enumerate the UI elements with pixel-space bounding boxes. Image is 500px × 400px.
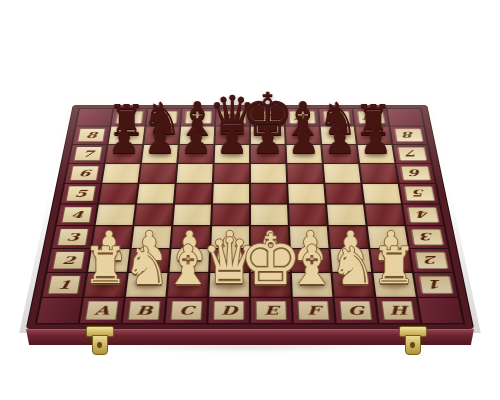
square-b2 xyxy=(129,249,169,272)
frame-cell: B xyxy=(123,298,166,323)
rank-label: 5 xyxy=(65,186,96,201)
square-d6 xyxy=(214,164,249,183)
frame-cell: 1 xyxy=(414,273,457,297)
file-label: E xyxy=(255,301,287,320)
square-f3 xyxy=(290,226,329,248)
frame-cell: A xyxy=(80,298,124,323)
rank-label: 8 xyxy=(394,129,423,142)
square-h2 xyxy=(370,249,411,272)
rank-label: 1 xyxy=(47,276,82,294)
square-c1 xyxy=(168,273,209,297)
square-f5 xyxy=(288,184,325,204)
frame-cell: B xyxy=(146,109,180,126)
frame-cell: E xyxy=(251,109,284,126)
rank-label: 7 xyxy=(397,147,427,161)
square-g5 xyxy=(325,184,363,204)
clasp-hole xyxy=(410,342,415,348)
file-label: C xyxy=(185,111,212,124)
square-c8 xyxy=(180,126,214,143)
square-g1 xyxy=(333,273,374,297)
file-label: D xyxy=(212,301,244,320)
frame-cell: 3 xyxy=(52,226,93,248)
frame-cell: F xyxy=(293,298,335,323)
square-g7 xyxy=(322,145,358,163)
square-h5 xyxy=(363,184,401,204)
square-d8 xyxy=(215,126,249,143)
file-label: D xyxy=(219,111,245,124)
clasp-icon-left xyxy=(86,326,112,358)
rank-label: 4 xyxy=(407,207,439,223)
frame-cell: 4 xyxy=(57,205,97,226)
frame-cell: D xyxy=(216,109,249,126)
square-g2 xyxy=(331,249,371,272)
square-e5 xyxy=(251,184,287,204)
frame-cell xyxy=(418,298,463,323)
frame-cell: 2 xyxy=(47,249,89,272)
square-g6 xyxy=(324,164,361,183)
square-b5 xyxy=(137,184,175,204)
square-d5 xyxy=(213,184,249,204)
square-e1 xyxy=(251,273,291,297)
frame-cell: 4 xyxy=(403,205,443,226)
rank-label: 2 xyxy=(52,252,86,269)
frame-cell: A xyxy=(112,109,147,126)
clasp-hole xyxy=(97,342,102,348)
frame-cell: 7 xyxy=(69,145,106,163)
frame-cell: 6 xyxy=(396,164,434,183)
rank-label: 8 xyxy=(77,129,106,142)
square-g8 xyxy=(321,126,356,143)
square-f7 xyxy=(287,145,322,163)
rank-label: 3 xyxy=(56,229,89,245)
square-a4 xyxy=(96,205,135,226)
file-label: H xyxy=(381,301,416,320)
square-h7 xyxy=(358,145,395,163)
frame-cell: 5 xyxy=(400,184,439,204)
frame-cell: F xyxy=(285,109,319,126)
frame-cell: D xyxy=(208,298,249,323)
file-label: B xyxy=(127,301,161,320)
file-label: G xyxy=(339,301,373,320)
square-a5 xyxy=(99,184,137,204)
file-label: A xyxy=(84,301,119,320)
frame-cell: C xyxy=(166,298,208,323)
file-label: G xyxy=(323,111,350,124)
square-a6 xyxy=(102,164,139,183)
square-b6 xyxy=(140,164,177,183)
square-f6 xyxy=(287,164,323,183)
clasp-icon-right xyxy=(399,326,425,358)
square-d3 xyxy=(211,226,249,248)
clasp-hasp xyxy=(92,335,108,355)
square-c4 xyxy=(173,205,211,226)
square-b1 xyxy=(126,273,167,297)
square-g4 xyxy=(327,205,365,226)
frame-cell: 8 xyxy=(73,126,110,143)
frame-cell: H xyxy=(376,298,420,323)
square-a3 xyxy=(92,226,132,248)
square-a8 xyxy=(109,126,145,143)
square-f2 xyxy=(291,249,331,272)
rank-label: 6 xyxy=(400,166,430,180)
file-label: A xyxy=(115,111,143,124)
file-label: H xyxy=(357,111,385,124)
square-c2 xyxy=(170,249,210,272)
file-label: F xyxy=(288,111,315,124)
frame-cell: 8 xyxy=(390,126,427,143)
square-h1 xyxy=(373,273,415,297)
square-e4 xyxy=(251,205,288,226)
file-label: E xyxy=(254,111,280,124)
rank-label: 4 xyxy=(61,207,93,223)
square-c7 xyxy=(178,145,213,163)
rank-label: 2 xyxy=(415,252,449,269)
square-h6 xyxy=(360,164,397,183)
frame-cell: 6 xyxy=(65,164,103,183)
square-c3 xyxy=(172,226,211,248)
frame-cell: G xyxy=(335,298,378,323)
frame-cell: 3 xyxy=(407,226,448,248)
square-e3 xyxy=(251,226,289,248)
rank-label: 6 xyxy=(69,166,99,180)
square-e8 xyxy=(251,126,285,143)
frame-cell: 5 xyxy=(61,184,100,204)
frame-cell: 2 xyxy=(410,249,452,272)
square-d1 xyxy=(209,273,249,297)
rank-label: 1 xyxy=(418,276,453,294)
square-h4 xyxy=(365,205,404,226)
square-f8 xyxy=(286,126,320,143)
square-b7 xyxy=(142,145,178,163)
frame-cell xyxy=(388,109,424,126)
square-c5 xyxy=(175,184,212,204)
board-shadow xyxy=(60,342,440,352)
file-label: B xyxy=(150,111,177,124)
square-a2 xyxy=(88,249,129,272)
file-label: C xyxy=(170,301,203,320)
frame-cell xyxy=(37,298,82,323)
rank-label: 3 xyxy=(411,229,444,245)
frame-cell: H xyxy=(353,109,388,126)
frame-cell xyxy=(77,109,113,126)
frame-cell: G xyxy=(319,109,353,126)
rank-label: 7 xyxy=(73,147,103,161)
frame-cell: 1 xyxy=(42,273,85,297)
square-b4 xyxy=(134,205,172,226)
frame-cell: E xyxy=(251,298,292,323)
file-label: F xyxy=(297,301,330,320)
square-a1 xyxy=(84,273,126,297)
square-f1 xyxy=(292,273,333,297)
square-b3 xyxy=(132,226,171,248)
frame-cell: 7 xyxy=(393,145,430,163)
square-c6 xyxy=(177,164,213,183)
square-d4 xyxy=(212,205,249,226)
square-h8 xyxy=(356,126,392,143)
chess-board: ABCDEFGH8877665544332211ABCDEFGH xyxy=(27,105,473,328)
square-d7 xyxy=(215,145,249,163)
square-e6 xyxy=(251,164,286,183)
rank-label: 5 xyxy=(404,186,435,201)
square-b8 xyxy=(144,126,179,143)
square-g3 xyxy=(329,226,368,248)
square-h3 xyxy=(368,226,408,248)
square-d2 xyxy=(210,249,249,272)
chess-set-photo: ABCDEFGH8877665544332211ABCDEFGH ♜♞♝♛♚♝♞… xyxy=(0,0,500,400)
frame-cell: C xyxy=(181,109,215,126)
square-e2 xyxy=(251,249,290,272)
square-f4 xyxy=(289,205,327,226)
square-a7 xyxy=(106,145,143,163)
clasp-hasp xyxy=(405,335,421,355)
square-e7 xyxy=(251,145,285,163)
